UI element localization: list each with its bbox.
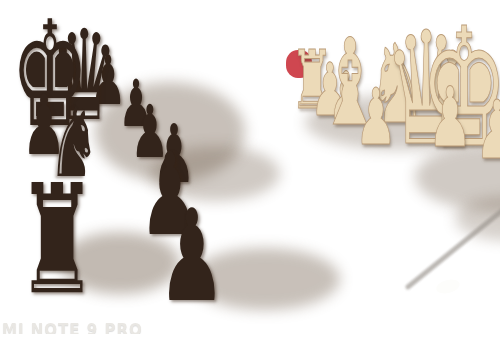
piece-light-pawn: ♟	[475, 90, 500, 171]
piece-light-pawn: ♟	[428, 76, 473, 159]
white-chip-spot	[435, 277, 461, 295]
piece-dark-pawn: ♟	[158, 193, 226, 320]
board-square	[340, 195, 434, 239]
photo-bottom-margin	[0, 334, 500, 350]
piece-dark-rook: ♜	[16, 165, 97, 316]
product-photo: ♛♚♟♟♟♞♟♟♟♜♟♟♜♟♝♟♞♛♚♟♟ MI NOTE 9 PRO	[0, 0, 500, 350]
piece-light-pawn: ♟	[355, 78, 397, 156]
